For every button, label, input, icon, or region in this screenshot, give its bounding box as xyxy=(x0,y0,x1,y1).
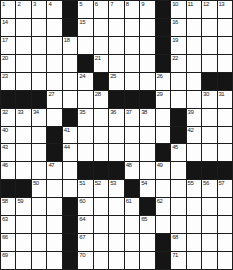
grid-cell[interactable] xyxy=(32,37,46,54)
grid-cell[interactable]: 1 xyxy=(1,1,15,18)
grid-cell[interactable]: 17 xyxy=(1,37,15,54)
clue-number: 35 xyxy=(79,109,85,116)
grid-cell[interactable]: 3 xyxy=(32,1,46,18)
black-cell xyxy=(218,73,232,90)
grid-cell[interactable] xyxy=(109,55,123,72)
grid-cell[interactable] xyxy=(140,234,154,251)
grid-cell[interactable] xyxy=(94,37,108,54)
grid-cell[interactable] xyxy=(16,144,30,161)
grid-cell[interactable] xyxy=(171,216,185,233)
clue-number: 51 xyxy=(79,180,85,187)
clue-number: 3 xyxy=(33,1,36,8)
grid-cell[interactable] xyxy=(32,198,46,215)
black-cell xyxy=(218,162,232,179)
clue-number: 10 xyxy=(172,1,178,8)
grid-cell[interactable] xyxy=(94,144,108,161)
black-cell xyxy=(140,198,154,215)
grid-cell[interactable]: 37 xyxy=(125,109,139,126)
grid-cell[interactable] xyxy=(16,252,30,269)
black-cell xyxy=(63,109,77,126)
grid-cell[interactable]: 6 xyxy=(94,1,108,18)
grid-cell[interactable]: 23 xyxy=(1,73,15,90)
grid-cell[interactable] xyxy=(78,144,92,161)
grid-cell[interactable]: 18 xyxy=(63,37,77,54)
clue-number: 11 xyxy=(188,1,193,8)
grid-cell[interactable]: 38 xyxy=(140,109,154,126)
clue-number: 59 xyxy=(17,198,23,205)
grid-cell[interactable] xyxy=(202,252,216,269)
grid-cell[interactable] xyxy=(47,19,61,36)
grid-cell[interactable] xyxy=(156,127,170,144)
grid-cell[interactable] xyxy=(187,234,201,251)
black-cell xyxy=(202,162,216,179)
grid-cell[interactable] xyxy=(32,216,46,233)
grid-cell[interactable]: 49 xyxy=(156,162,170,179)
grid-cell[interactable]: 67 xyxy=(78,234,92,251)
clue-number: 62 xyxy=(157,198,163,205)
grid-cell[interactable] xyxy=(63,162,77,179)
grid-cell[interactable] xyxy=(187,91,201,108)
black-cell xyxy=(47,127,61,144)
grid-cell[interactable]: 61 xyxy=(125,198,139,215)
black-cell xyxy=(202,73,216,90)
grid-cell[interactable] xyxy=(47,55,61,72)
black-cell xyxy=(78,55,92,72)
grid-cell[interactable]: 41 xyxy=(63,127,77,144)
clue-number: 23 xyxy=(2,73,8,80)
clue-number: 42 xyxy=(188,127,194,134)
clue-number: 20 xyxy=(2,55,8,62)
clue-number: 21 xyxy=(95,55,101,62)
black-cell xyxy=(156,252,170,269)
grid-cell[interactable] xyxy=(171,180,185,197)
grid-cell[interactable] xyxy=(140,73,154,90)
grid-cell[interactable] xyxy=(218,234,232,251)
clue-number: 60 xyxy=(79,198,85,205)
clue-number: 14 xyxy=(2,19,8,26)
clue-number: 19 xyxy=(172,37,178,44)
grid-cell[interactable] xyxy=(16,234,30,251)
clue-number: 22 xyxy=(172,55,178,62)
grid-cell[interactable] xyxy=(140,127,154,144)
grid-cell[interactable] xyxy=(202,55,216,72)
clue-number: 17 xyxy=(2,37,8,44)
grid-cell[interactable]: 22 xyxy=(171,55,185,72)
grid-cell[interactable] xyxy=(125,216,139,233)
clue-number: 16 xyxy=(172,19,178,26)
grid-cell[interactable]: 63 xyxy=(1,216,15,233)
grid-cell[interactable] xyxy=(125,234,139,251)
grid-cell[interactable]: 58 xyxy=(1,198,15,215)
grid-cell[interactable] xyxy=(125,55,139,72)
black-cell xyxy=(140,91,154,108)
grid-cell[interactable]: 45 xyxy=(171,144,185,161)
clue-number: 47 xyxy=(48,162,54,169)
black-cell xyxy=(156,144,170,161)
grid-cell[interactable]: 57 xyxy=(218,180,232,197)
black-cell xyxy=(156,1,170,18)
clue-number: 32 xyxy=(2,109,8,116)
grid-cell[interactable] xyxy=(32,252,46,269)
grid-cell[interactable]: 33 xyxy=(16,109,30,126)
grid-cell[interactable] xyxy=(187,198,201,215)
grid-cell[interactable]: 50 xyxy=(32,180,46,197)
grid-cell[interactable] xyxy=(140,162,154,179)
grid-cell[interactable] xyxy=(202,198,216,215)
grid-cell[interactable] xyxy=(47,234,61,251)
grid-cell[interactable]: 7 xyxy=(109,1,123,18)
grid-cell[interactable]: 64 xyxy=(78,216,92,233)
clue-number: 34 xyxy=(33,109,39,116)
grid-cell[interactable]: 65 xyxy=(140,216,154,233)
grid-cell[interactable]: 60 xyxy=(78,198,92,215)
grid-cell[interactable]: 54 xyxy=(140,180,154,197)
clue-number: 46 xyxy=(2,162,8,169)
grid-cell[interactable]: 21 xyxy=(94,55,108,72)
black-cell xyxy=(78,162,92,179)
black-cell xyxy=(16,180,30,197)
clue-number: 25 xyxy=(110,73,116,80)
grid-cell[interactable] xyxy=(32,234,46,251)
clue-number: 71 xyxy=(172,252,178,259)
black-cell xyxy=(63,198,77,215)
grid-cell[interactable]: 30 xyxy=(202,91,216,108)
clue-number: 28 xyxy=(95,91,101,98)
grid-cell[interactable]: 5 xyxy=(78,1,92,18)
grid-cell[interactable] xyxy=(218,252,232,269)
grid-cell[interactable]: 26 xyxy=(156,73,170,90)
grid-cell[interactable]: 13 xyxy=(218,1,232,18)
clue-number: 49 xyxy=(157,162,163,169)
grid-cell[interactable]: 31 xyxy=(218,91,232,108)
grid-cell[interactable] xyxy=(32,19,46,36)
grid-cell[interactable] xyxy=(218,198,232,215)
grid-cell[interactable]: 52 xyxy=(94,180,108,197)
black-cell xyxy=(63,19,77,36)
grid-cell[interactable]: 42 xyxy=(187,127,201,144)
black-cell xyxy=(156,19,170,36)
clue-number: 33 xyxy=(17,109,23,116)
grid-cell[interactable] xyxy=(32,73,46,90)
grid-cell[interactable] xyxy=(187,73,201,90)
grid-cell[interactable] xyxy=(94,109,108,126)
grid-cell[interactable] xyxy=(47,73,61,90)
grid-cell[interactable]: 2 xyxy=(16,1,30,18)
grid-cell[interactable]: 4 xyxy=(47,1,61,18)
clue-number: 56 xyxy=(203,180,209,187)
grid-cell[interactable]: 70 xyxy=(78,252,92,269)
clue-number: 36 xyxy=(110,109,116,116)
black-cell xyxy=(1,180,15,197)
grid-cell[interactable]: 24 xyxy=(78,73,92,90)
grid-cell[interactable] xyxy=(187,252,201,269)
black-cell xyxy=(171,109,185,126)
black-cell xyxy=(171,127,185,144)
grid-cell[interactable]: 25 xyxy=(109,73,123,90)
clue-number: 30 xyxy=(203,91,209,98)
clue-number: 57 xyxy=(219,180,225,187)
grid-cell[interactable] xyxy=(218,127,232,144)
grid-cell[interactable] xyxy=(47,198,61,215)
black-cell xyxy=(63,252,77,269)
crossword-board: 1234567891011121314151617181920212223242… xyxy=(0,0,233,270)
grid-cell[interactable] xyxy=(202,19,216,36)
black-cell xyxy=(125,91,139,108)
grid-cell[interactable] xyxy=(218,37,232,54)
grid-cell[interactable] xyxy=(218,216,232,233)
clue-number: 1 xyxy=(2,1,5,8)
grid-cell[interactable] xyxy=(16,216,30,233)
grid-cell[interactable] xyxy=(109,198,123,215)
grid-cell[interactable] xyxy=(187,144,201,161)
grid-cell[interactable] xyxy=(94,252,108,269)
grid-cell[interactable] xyxy=(47,37,61,54)
grid-cell[interactable]: 28 xyxy=(94,91,108,108)
clue-number: 63 xyxy=(2,216,8,223)
grid-cell[interactable] xyxy=(109,252,123,269)
grid-cell[interactable] xyxy=(63,73,77,90)
grid-cell[interactable] xyxy=(140,55,154,72)
grid-cell[interactable] xyxy=(78,37,92,54)
grid-cell[interactable]: 44 xyxy=(63,144,77,161)
grid-cell[interactable]: 55 xyxy=(187,180,201,197)
grid-cell[interactable] xyxy=(16,19,30,36)
grid-cell[interactable] xyxy=(125,144,139,161)
clue-number: 54 xyxy=(141,180,147,187)
grid-cell[interactable]: 8 xyxy=(125,1,139,18)
grid-cell[interactable]: 9 xyxy=(140,1,154,18)
grid-cell[interactable] xyxy=(156,180,170,197)
clue-number: 7 xyxy=(110,1,113,8)
grid-cell[interactable] xyxy=(125,19,139,36)
grid-cell[interactable]: 19 xyxy=(171,37,185,54)
clue-number: 4 xyxy=(48,1,51,8)
grid-cell[interactable] xyxy=(140,144,154,161)
clue-number: 70 xyxy=(79,252,85,259)
grid-cell[interactable]: 29 xyxy=(156,91,170,108)
grid-cell[interactable] xyxy=(156,216,170,233)
grid-cell[interactable] xyxy=(125,252,139,269)
clue-number: 50 xyxy=(33,180,39,187)
grid-cell[interactable] xyxy=(171,162,185,179)
grid-cell[interactable]: 10 xyxy=(171,1,185,18)
grid-cell[interactable] xyxy=(47,216,61,233)
grid-cell[interactable] xyxy=(109,144,123,161)
black-cell xyxy=(156,55,170,72)
grid-cell[interactable] xyxy=(16,55,30,72)
clue-number: 48 xyxy=(126,162,132,169)
black-cell xyxy=(63,216,77,233)
grid-cell[interactable]: 32 xyxy=(1,109,15,126)
grid-cell[interactable] xyxy=(94,234,108,251)
grid-cell[interactable] xyxy=(218,19,232,36)
black-cell xyxy=(1,91,15,108)
grid-cell[interactable]: 27 xyxy=(47,91,61,108)
clue-number: 38 xyxy=(141,109,147,116)
black-cell xyxy=(94,162,108,179)
clue-number: 26 xyxy=(157,73,163,80)
clue-number: 45 xyxy=(172,144,178,151)
clue-number: 44 xyxy=(64,144,70,151)
grid-cell[interactable]: 59 xyxy=(16,198,30,215)
clue-number: 13 xyxy=(219,1,225,8)
grid-cell[interactable]: 35 xyxy=(78,109,92,126)
grid-cell[interactable] xyxy=(202,216,216,233)
clue-number: 52 xyxy=(95,180,101,187)
grid-cell[interactable] xyxy=(32,55,46,72)
clue-number: 69 xyxy=(2,252,8,259)
grid-cell[interactable]: 56 xyxy=(202,180,216,197)
grid-cell[interactable]: 12 xyxy=(202,1,216,18)
clue-number: 55 xyxy=(188,180,194,187)
grid-cell[interactable]: 48 xyxy=(125,162,139,179)
grid-cell[interactable] xyxy=(63,55,77,72)
clue-number: 43 xyxy=(2,144,8,151)
grid-cell[interactable] xyxy=(16,162,30,179)
clue-number: 39 xyxy=(188,109,194,116)
grid-cell[interactable] xyxy=(140,37,154,54)
grid-cell[interactable] xyxy=(156,109,170,126)
grid-cell[interactable] xyxy=(171,198,185,215)
grid-cell[interactable] xyxy=(94,198,108,215)
grid-cell[interactable]: 62 xyxy=(156,198,170,215)
clue-number: 9 xyxy=(141,1,144,8)
grid-cell[interactable] xyxy=(202,109,216,126)
black-cell xyxy=(156,37,170,54)
grid-cell[interactable] xyxy=(125,73,139,90)
black-cell xyxy=(47,144,61,161)
grid-cell[interactable] xyxy=(187,216,201,233)
grid-cell[interactable] xyxy=(109,216,123,233)
grid-cell[interactable] xyxy=(63,91,77,108)
grid-cell[interactable] xyxy=(140,19,154,36)
clue-number: 65 xyxy=(141,216,147,223)
grid-cell[interactable] xyxy=(109,19,123,36)
grid-cell[interactable] xyxy=(218,144,232,161)
grid-cell[interactable] xyxy=(171,73,185,90)
grid-cell[interactable] xyxy=(32,144,46,161)
grid-cell[interactable]: 71 xyxy=(171,252,185,269)
clue-number: 5 xyxy=(79,1,82,8)
grid-cell[interactable] xyxy=(202,127,216,144)
clue-number: 6 xyxy=(95,1,98,8)
black-cell xyxy=(109,91,123,108)
clue-number: 37 xyxy=(126,109,132,116)
grid-cell[interactable] xyxy=(32,127,46,144)
grid-cell[interactable]: 39 xyxy=(187,109,201,126)
grid-cell[interactable] xyxy=(16,73,30,90)
grid-cell[interactable] xyxy=(109,37,123,54)
grid-cell[interactable]: 51 xyxy=(78,180,92,197)
grid-cell[interactable] xyxy=(202,37,216,54)
black-cell xyxy=(109,162,123,179)
black-cell xyxy=(63,234,77,251)
grid-cell[interactable]: 34 xyxy=(32,109,46,126)
grid-cell[interactable] xyxy=(187,19,201,36)
grid-cell[interactable] xyxy=(78,91,92,108)
grid-cell[interactable] xyxy=(125,127,139,144)
black-cell xyxy=(94,73,108,90)
clue-number: 8 xyxy=(126,1,129,8)
grid-cell[interactable] xyxy=(94,216,108,233)
grid-cell[interactable]: 15 xyxy=(78,19,92,36)
grid-cell[interactable] xyxy=(16,127,30,144)
grid-cell[interactable] xyxy=(47,109,61,126)
grid-cell[interactable] xyxy=(171,91,185,108)
grid-cell[interactable] xyxy=(94,19,108,36)
clue-number: 27 xyxy=(48,91,54,98)
clue-number: 68 xyxy=(172,234,178,241)
grid-cell[interactable]: 16 xyxy=(171,19,185,36)
grid-cell[interactable]: 53 xyxy=(109,180,123,197)
grid-cell[interactable]: 40 xyxy=(1,127,15,144)
grid-cell[interactable] xyxy=(218,109,232,126)
black-cell xyxy=(32,91,46,108)
grid-cell[interactable]: 66 xyxy=(1,234,15,251)
grid-cell[interactable] xyxy=(202,144,216,161)
grid-cell[interactable] xyxy=(187,37,201,54)
grid-cell[interactable]: 69 xyxy=(1,252,15,269)
grid-cell[interactable]: 36 xyxy=(109,109,123,126)
clue-number: 31 xyxy=(219,91,225,98)
grid-cell[interactable] xyxy=(218,55,232,72)
grid-cell[interactable] xyxy=(78,127,92,144)
grid-cell[interactable] xyxy=(16,37,30,54)
grid-cell[interactable]: 43 xyxy=(1,144,15,161)
grid-cell[interactable]: 11 xyxy=(187,1,201,18)
clue-number: 24 xyxy=(79,73,85,80)
grid-cell[interactable] xyxy=(125,37,139,54)
grid-cell[interactable] xyxy=(94,127,108,144)
grid-cell[interactable] xyxy=(187,55,201,72)
grid-cell[interactable] xyxy=(47,180,61,197)
black-cell xyxy=(187,162,201,179)
grid-cell[interactable] xyxy=(63,180,77,197)
black-cell xyxy=(156,234,170,251)
black-cell xyxy=(63,1,77,18)
grid-cell[interactable]: 47 xyxy=(47,162,61,179)
grid-cell[interactable] xyxy=(32,162,46,179)
grid-cell[interactable] xyxy=(47,252,61,269)
clue-number: 18 xyxy=(64,37,70,44)
clue-number: 66 xyxy=(2,234,8,241)
clue-number: 64 xyxy=(79,216,85,223)
grid-cell[interactable]: 14 xyxy=(1,19,15,36)
clue-number: 40 xyxy=(2,127,8,134)
clue-number: 58 xyxy=(2,198,8,205)
clue-number: 41 xyxy=(64,127,70,134)
grid-cell[interactable] xyxy=(109,234,123,251)
black-cell xyxy=(125,180,139,197)
clue-number: 67 xyxy=(79,234,85,241)
grid-cell[interactable]: 20 xyxy=(1,55,15,72)
clue-number: 29 xyxy=(157,91,163,98)
clue-number: 12 xyxy=(203,1,209,8)
clue-number: 53 xyxy=(110,180,116,187)
grid-cell[interactable] xyxy=(109,127,123,144)
clue-number: 2 xyxy=(17,1,20,8)
black-cell xyxy=(16,91,30,108)
grid-cell[interactable]: 46 xyxy=(1,162,15,179)
grid-cell[interactable]: 68 xyxy=(171,234,185,251)
grid-cell[interactable] xyxy=(202,234,216,251)
grid-cell[interactable] xyxy=(140,252,154,269)
clue-number: 15 xyxy=(79,19,85,26)
clue-number: 61 xyxy=(126,198,132,205)
